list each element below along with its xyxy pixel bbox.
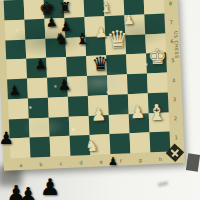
square-e4 (87, 75, 108, 96)
square-h8 (143, 0, 164, 14)
piece-black-knight-c6: ♞ (53, 31, 68, 48)
piece-black-pawn-a4: ♟ (7, 83, 20, 98)
captured-black-piece-3: ♟ (40, 176, 61, 199)
piece-black-pawn-c4: ♟ (57, 77, 71, 93)
piece-white-bishop-f8: ♝ (99, 0, 112, 14)
square-f4 (106, 74, 127, 95)
square-d3 (67, 96, 88, 117)
rank-label-3: 3 (172, 96, 175, 102)
square-a8 (3, 0, 24, 20)
file-label-b: b (39, 161, 42, 167)
square-f1 (109, 133, 130, 154)
square-f3 (107, 94, 128, 115)
rank-label-8: 8 (168, 0, 171, 6)
square-b3 (27, 97, 48, 118)
board-grid: ♚♜♟♟♞♝♛♟♟♟♝♟♟♛♚♟♟♝♞ (3, 0, 170, 158)
file-label-e: e (99, 158, 102, 164)
square-a7 (4, 19, 25, 40)
piece-white-pawn-g2: ♟ (129, 104, 145, 122)
piece-white-knight-e1: ♞ (85, 139, 99, 155)
piece-black-rook-d8: ♜ (57, 0, 71, 16)
rank-label-1: 1 (174, 134, 177, 140)
file-label-d: d (79, 159, 82, 165)
square-b1 (29, 137, 50, 158)
rank-label-7: 7 (169, 19, 172, 25)
file-label-f: f (119, 158, 121, 164)
chessboard-photo: ♚♜♟♟♞♝♛♟♟♟♝♟♟♛♚♟♟♝♞ abcdefgh 87654321 US… (0, 0, 200, 200)
rank-label-4: 4 (172, 77, 175, 83)
square-a6 (5, 39, 26, 60)
square-c3 (47, 97, 68, 118)
chess-board: ♚♜♟♟♞♝♛♟♟♟♝♟♟♛♚♟♟♝♞ abcdefgh 87654321 US… (0, 0, 184, 171)
square-h4 (146, 73, 167, 94)
piece-white-king-h5: ♚ (147, 47, 167, 69)
square-a3 (7, 98, 28, 119)
file-label-h: h (158, 156, 161, 162)
piece-black-queen-e5: ♛ (91, 54, 109, 74)
square-g5 (126, 54, 147, 75)
piece-white-queen-f6: ♛ (106, 27, 129, 52)
square-f2 (108, 114, 129, 135)
square-g4 (126, 73, 147, 94)
captured-black-piece-2: ♟ (18, 185, 38, 200)
piece-white-pawn-e2: ♟ (90, 106, 106, 124)
square-b7 (24, 19, 45, 40)
square-a5 (6, 59, 27, 80)
square-h7 (144, 13, 165, 34)
black-piece-at-bottom-border: ♟ (108, 156, 118, 167)
square-b2 (28, 117, 49, 138)
table-mark (186, 153, 200, 172)
brand-text: US CHESS (173, 31, 179, 59)
square-c5 (46, 57, 67, 78)
file-label-g: g (138, 157, 141, 163)
file-label-a: a (19, 162, 22, 168)
piece-black-pawn-b5: ♟ (33, 57, 46, 72)
square-b4 (27, 78, 48, 99)
square-d2 (68, 115, 89, 136)
square-c1 (49, 136, 70, 157)
piece-black-bishop-d6: ♝ (74, 31, 89, 48)
black-pawn-on-left-border: ♟ (0, 130, 14, 147)
square-g1 (129, 133, 150, 154)
square-d5 (66, 56, 87, 77)
file-label-c: c (59, 160, 62, 166)
piece-black-pawn-c7: ♟ (45, 15, 57, 28)
piece-white-bishop-h2: ♝ (146, 102, 167, 125)
table-smudge (158, 181, 169, 187)
piece-white-pawn-g7: ♟ (122, 12, 134, 25)
square-c2 (48, 116, 69, 137)
rank-label-2: 2 (173, 115, 176, 121)
square-h1 (149, 132, 170, 153)
